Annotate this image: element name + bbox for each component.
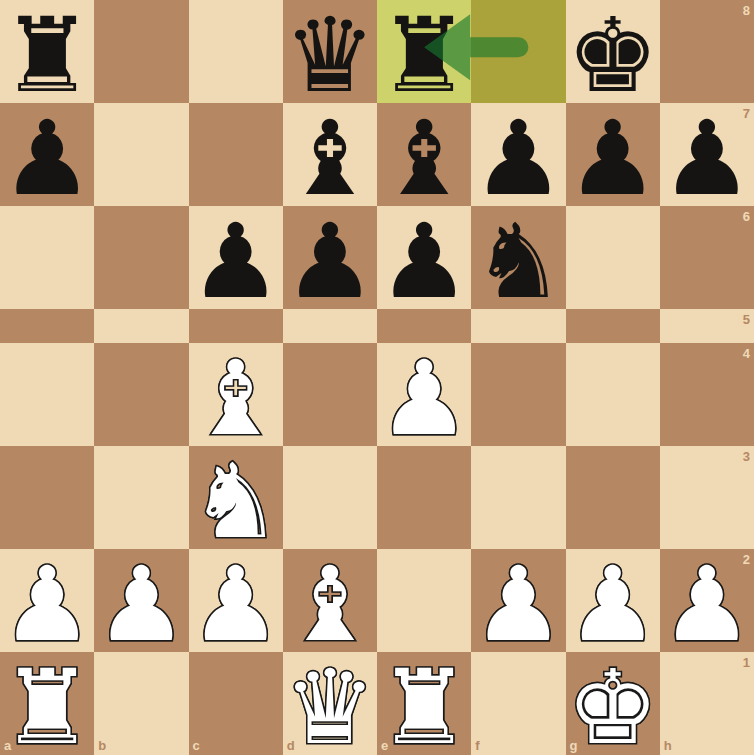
rank-label-1: 1 [743,656,750,669]
piece-white-pawn[interactable]: ♟ [472,553,564,656]
rank-label-6: 6 [743,210,750,223]
square-c8[interactable] [189,0,283,103]
square-e2[interactable] [377,549,471,652]
square-a8[interactable]: ♜ [0,0,94,103]
file-label-e: e [381,739,388,752]
square-d7[interactable]: ♝ [283,103,377,206]
square-f3[interactable] [471,446,565,549]
square-e8[interactable]: ♜ [377,0,471,103]
square-h2[interactable]: ♟2 [660,549,754,652]
rank-label-8: 8 [743,4,750,17]
square-c1[interactable]: c [189,652,283,755]
square-e3[interactable] [377,446,471,549]
square-c4[interactable]: ♝ [189,343,283,446]
piece-white-knight[interactable]: ♞ [189,450,281,553]
rank-label-3: 3 [743,450,750,463]
piece-black-pawn[interactable]: ♟ [189,210,281,313]
square-f4[interactable] [471,343,565,446]
square-d8[interactable]: ♛ [283,0,377,103]
square-h8[interactable]: 8 [660,0,754,103]
rank-label-4: 4 [743,347,750,360]
piece-white-pawn[interactable]: ♟ [378,347,470,450]
file-label-g: g [570,739,578,752]
square-h1[interactable]: h1 [660,652,754,755]
piece-black-knight[interactable]: ♞ [472,210,564,313]
piece-black-rook[interactable]: ♜ [378,4,470,107]
file-label-d: d [287,739,295,752]
piece-black-pawn[interactable]: ♟ [284,210,376,313]
square-d6[interactable]: ♟ [283,206,377,309]
piece-black-pawn[interactable]: ♟ [661,107,753,210]
chess-board: ♜♛♜♚8♟♝♝♟♟♟7♟♟♟♞65♝♟4♞3♟♟♟♝♟♟♟2♜abc♛d♜ef… [0,0,754,755]
square-a2[interactable]: ♟ [0,549,94,652]
piece-black-pawn[interactable]: ♟ [566,107,658,210]
piece-white-rook[interactable]: ♜ [1,656,93,755]
square-e6[interactable]: ♟ [377,206,471,309]
square-f7[interactable]: ♟ [471,103,565,206]
square-h5[interactable]: 5 [660,309,754,343]
piece-white-pawn[interactable]: ♟ [661,553,753,656]
file-label-c: c [193,739,200,752]
square-e7[interactable]: ♝ [377,103,471,206]
square-f6[interactable]: ♞ [471,206,565,309]
square-d2[interactable]: ♝ [283,549,377,652]
piece-white-bishop[interactable]: ♝ [189,347,281,450]
square-f2[interactable]: ♟ [471,549,565,652]
rank-label-7: 7 [743,107,750,120]
piece-black-pawn[interactable]: ♟ [1,107,93,210]
square-a5[interactable] [0,309,94,343]
piece-black-king[interactable]: ♚ [566,4,658,107]
square-b8[interactable] [94,0,188,103]
file-label-a: a [4,739,11,752]
square-g6[interactable] [566,206,660,309]
square-g8[interactable]: ♚ [566,0,660,103]
piece-white-rook[interactable]: ♜ [378,656,470,755]
square-a7[interactable]: ♟ [0,103,94,206]
square-c3[interactable]: ♞ [189,446,283,549]
square-a3[interactable] [0,446,94,549]
square-h3[interactable]: 3 [660,446,754,549]
square-b1[interactable]: b [94,652,188,755]
piece-white-pawn[interactable]: ♟ [189,553,281,656]
square-b4[interactable] [94,343,188,446]
piece-white-pawn[interactable]: ♟ [95,553,187,656]
square-g2[interactable]: ♟ [566,549,660,652]
piece-white-bishop[interactable]: ♝ [284,553,376,656]
square-g4[interactable] [566,343,660,446]
square-b6[interactable] [94,206,188,309]
file-label-f: f [475,739,479,752]
square-b5[interactable] [94,309,188,343]
square-b7[interactable] [94,103,188,206]
square-c6[interactable]: ♟ [189,206,283,309]
square-e1[interactable]: ♜e [377,652,471,755]
square-g7[interactable]: ♟ [566,103,660,206]
square-a1[interactable]: ♜a [0,652,94,755]
square-d3[interactable] [283,446,377,549]
square-e4[interactable]: ♟ [377,343,471,446]
square-f8[interactable] [471,0,565,103]
square-a6[interactable] [0,206,94,309]
square-h4[interactable]: 4 [660,343,754,446]
piece-white-king[interactable]: ♚ [566,656,658,755]
piece-black-pawn[interactable]: ♟ [378,210,470,313]
square-h6[interactable]: 6 [660,206,754,309]
piece-black-pawn[interactable]: ♟ [472,107,564,210]
square-d1[interactable]: ♛d [283,652,377,755]
rank-label-5: 5 [743,313,750,326]
piece-white-pawn[interactable]: ♟ [1,553,93,656]
square-b2[interactable]: ♟ [94,549,188,652]
file-label-b: b [98,739,106,752]
square-d4[interactable] [283,343,377,446]
square-b3[interactable] [94,446,188,549]
square-g5[interactable] [566,309,660,343]
piece-black-bishop[interactable]: ♝ [378,107,470,210]
rank-label-2: 2 [743,553,750,566]
piece-black-rook[interactable]: ♜ [1,4,93,107]
piece-white-queen[interactable]: ♛ [284,656,376,755]
file-label-h: h [664,739,672,752]
square-h7[interactable]: ♟7 [660,103,754,206]
square-g1[interactable]: ♚g [566,652,660,755]
square-c7[interactable] [189,103,283,206]
square-f1[interactable]: f [471,652,565,755]
square-a4[interactable] [0,343,94,446]
square-g3[interactable] [566,446,660,549]
piece-black-queen[interactable]: ♛ [284,4,376,107]
square-c2[interactable]: ♟ [189,549,283,652]
piece-white-pawn[interactable]: ♟ [566,553,658,656]
piece-black-bishop[interactable]: ♝ [284,107,376,210]
